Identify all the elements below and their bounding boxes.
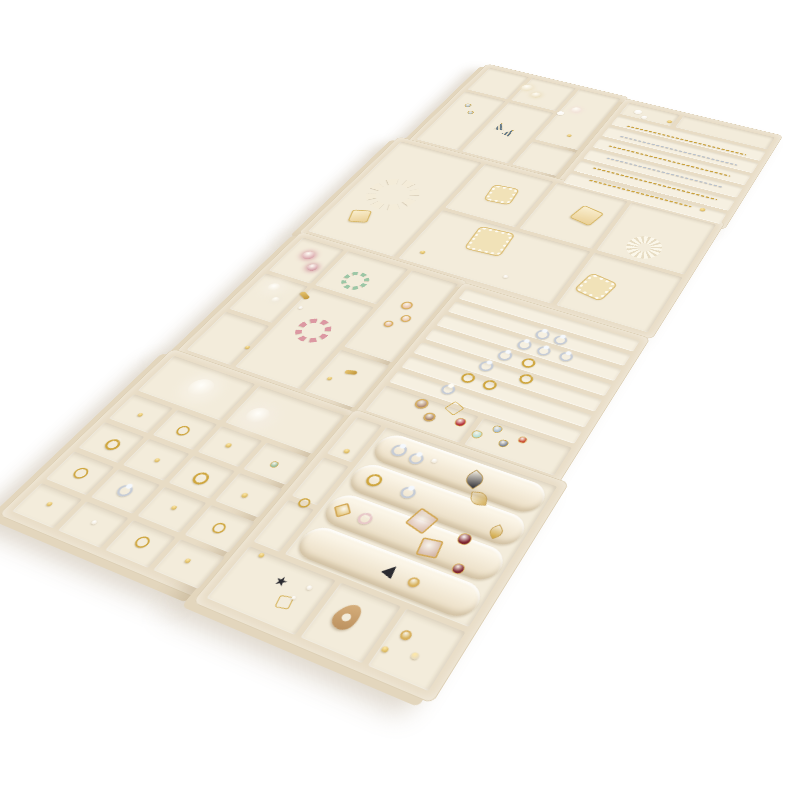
photo-background [0, 0, 800, 800]
tray-arrangement [12, 61, 774, 679]
